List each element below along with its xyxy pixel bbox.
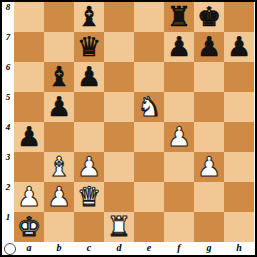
square-b4[interactable] [44,122,74,152]
square-e4[interactable] [134,122,164,152]
piece-black-bishop[interactable]: ♝ [77,3,101,30]
rank-label-8: 8 [2,2,14,32]
rank-labels: 87654321 [2,2,14,242]
file-label-e: e [134,242,164,255]
file-label-h: h [224,242,254,255]
square-g5[interactable] [194,92,224,122]
rank-label-6: 6 [2,62,14,92]
square-a6[interactable] [14,62,44,92]
square-g2[interactable] [194,182,224,212]
square-h2[interactable] [224,182,254,212]
rank-label-4: 4 [2,122,14,152]
square-h4[interactable] [224,122,254,152]
piece-white-pawn[interactable]: ♟ [167,123,191,150]
rank-label-7: 7 [2,32,14,62]
file-label-d: d [104,242,134,255]
square-b6[interactable]: ♝ [44,62,74,92]
piece-black-pawn[interactable]: ♟ [227,33,251,60]
file-label-c: c [74,242,104,255]
square-f2[interactable] [164,182,194,212]
chess-diagram: 87654321 ♝♜♚♛♟♟♟♝♟♟♞♟♟♝♟♟♟♟♛♚♜ abcdefgh [0,0,257,257]
square-f6[interactable] [164,62,194,92]
square-b3[interactable]: ♝ [44,152,74,182]
square-f7[interactable]: ♟ [164,32,194,62]
square-d4[interactable] [104,122,134,152]
square-g3[interactable]: ♟ [194,152,224,182]
square-f3[interactable] [164,152,194,182]
square-f5[interactable] [164,92,194,122]
square-a5[interactable] [14,92,44,122]
rank-label-3: 3 [2,152,14,182]
piece-black-queen[interactable]: ♛ [77,33,101,60]
square-e6[interactable] [134,62,164,92]
piece-black-pawn[interactable]: ♟ [167,33,191,60]
rank-label-2: 2 [2,182,14,212]
square-d3[interactable] [104,152,134,182]
chess-board[interactable]: ♝♜♚♛♟♟♟♝♟♟♞♟♟♝♟♟♟♟♛♚♜ [14,2,254,242]
piece-white-knight[interactable]: ♞ [137,93,161,120]
turn-indicator [4,243,16,255]
square-f1[interactable] [164,212,194,242]
square-b8[interactable] [44,2,74,32]
square-c1[interactable] [74,212,104,242]
piece-black-pawn[interactable]: ♟ [197,33,221,60]
square-a2[interactable]: ♟ [14,182,44,212]
file-label-a: a [14,242,44,255]
square-c2[interactable]: ♛ [74,182,104,212]
rank-label-5: 5 [2,92,14,122]
square-e3[interactable] [134,152,164,182]
square-b7[interactable] [44,32,74,62]
piece-white-rook[interactable]: ♜ [107,213,131,240]
square-e1[interactable] [134,212,164,242]
square-h6[interactable] [224,62,254,92]
square-h1[interactable] [224,212,254,242]
file-label-b: b [44,242,74,255]
piece-white-pawn[interactable]: ♟ [47,183,71,210]
file-label-f: f [164,242,194,255]
square-e2[interactable] [134,182,164,212]
piece-black-pawn[interactable]: ♟ [17,123,41,150]
square-e7[interactable] [134,32,164,62]
square-a7[interactable] [14,32,44,62]
square-f4[interactable]: ♟ [164,122,194,152]
piece-black-pawn[interactable]: ♟ [77,63,101,90]
square-c8[interactable]: ♝ [74,2,104,32]
square-h7[interactable]: ♟ [224,32,254,62]
square-h8[interactable] [224,2,254,32]
piece-white-king[interactable]: ♚ [17,213,41,240]
square-b2[interactable]: ♟ [44,182,74,212]
square-e5[interactable]: ♞ [134,92,164,122]
square-g7[interactable]: ♟ [194,32,224,62]
piece-white-queen[interactable]: ♛ [77,183,101,210]
piece-black-pawn[interactable]: ♟ [47,93,71,120]
square-d7[interactable] [104,32,134,62]
square-g1[interactable] [194,212,224,242]
square-h5[interactable] [224,92,254,122]
square-a8[interactable] [14,2,44,32]
square-c6[interactable]: ♟ [74,62,104,92]
piece-white-pawn[interactable]: ♟ [197,153,221,180]
file-label-g: g [194,242,224,255]
file-labels: abcdefgh [14,242,254,255]
square-e8[interactable] [134,2,164,32]
piece-white-pawn[interactable]: ♟ [17,183,41,210]
piece-black-king[interactable]: ♚ [197,3,221,30]
square-g8[interactable]: ♚ [194,2,224,32]
square-b5[interactable]: ♟ [44,92,74,122]
square-a4[interactable]: ♟ [14,122,44,152]
square-d1[interactable]: ♜ [104,212,134,242]
square-b1[interactable] [44,212,74,242]
square-g4[interactable] [194,122,224,152]
piece-black-rook[interactable]: ♜ [167,3,191,30]
piece-black-bishop[interactable]: ♝ [47,63,71,90]
piece-white-pawn[interactable]: ♟ [77,153,101,180]
square-h3[interactable] [224,152,254,182]
square-a1[interactable]: ♚ [14,212,44,242]
piece-white-bishop[interactable]: ♝ [47,153,71,180]
square-g6[interactable] [194,62,224,92]
square-c4[interactable] [74,122,104,152]
square-f8[interactable]: ♜ [164,2,194,32]
square-d5[interactable] [104,92,134,122]
square-c3[interactable]: ♟ [74,152,104,182]
square-d2[interactable] [104,182,134,212]
square-d8[interactable] [104,2,134,32]
square-c5[interactable] [74,92,104,122]
square-a3[interactable] [14,152,44,182]
rank-label-1: 1 [2,212,14,242]
square-d6[interactable] [104,62,134,92]
square-c7[interactable]: ♛ [74,32,104,62]
